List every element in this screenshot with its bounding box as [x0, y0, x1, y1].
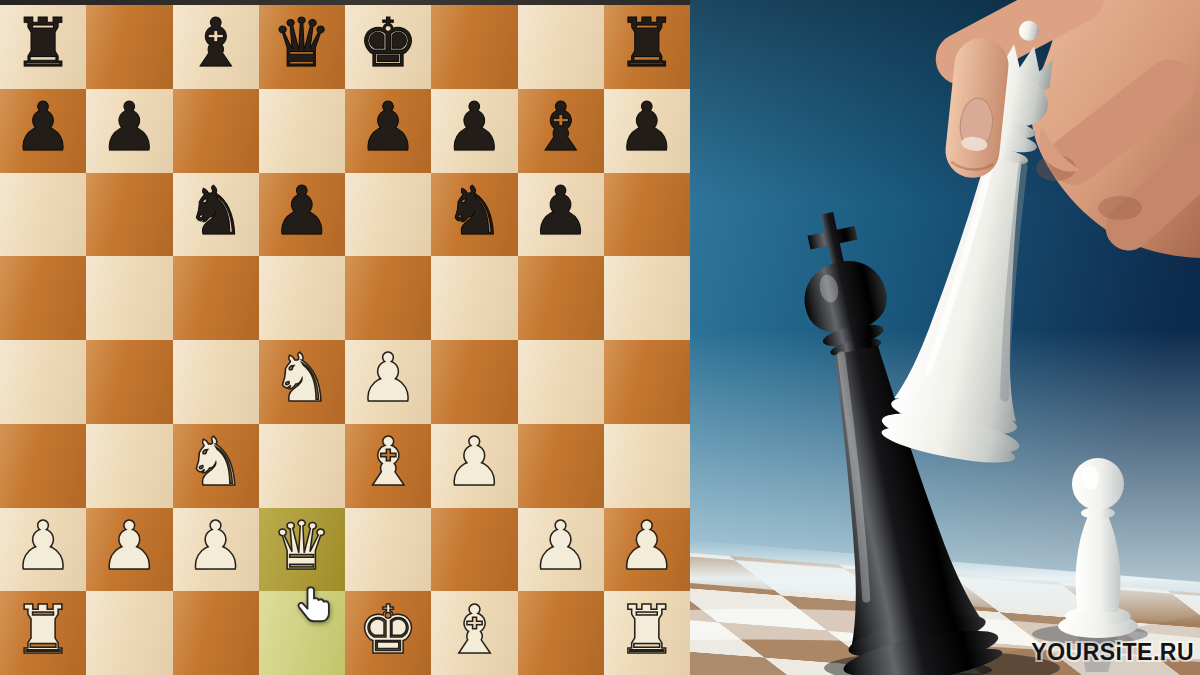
square-c1[interactable] — [173, 591, 259, 675]
black-pawn[interactable]: ♟ — [531, 178, 591, 245]
square-a4[interactable] — [0, 340, 86, 424]
square-f2[interactable] — [431, 508, 517, 592]
white-knight[interactable]: ♞ — [272, 345, 332, 412]
black-rook[interactable]: ♜ — [617, 10, 677, 77]
square-f7[interactable]: ♟ — [431, 89, 517, 173]
black-pawn[interactable]: ♟ — [272, 178, 332, 245]
white-knight[interactable]: ♞ — [186, 429, 246, 496]
watermark: YOURSiTE.RU YOURSiTE.RU — [1031, 639, 1194, 665]
black-bishop[interactable]: ♝ — [531, 94, 591, 161]
square-c8[interactable]: ♝ — [173, 5, 259, 89]
black-knight[interactable]: ♞ — [186, 178, 246, 245]
white-pawn[interactable]: ♟ — [358, 345, 418, 412]
white-queen[interactable]: ♛ — [272, 513, 332, 580]
square-f3[interactable]: ♟ — [431, 424, 517, 508]
square-f6[interactable]: ♞ — [431, 173, 517, 257]
square-g8[interactable] — [518, 5, 604, 89]
white-pawn[interactable]: ♟ — [444, 429, 504, 496]
black-rook[interactable]: ♜ — [13, 10, 73, 77]
black-bishop[interactable]: ♝ — [186, 10, 246, 77]
white-rook[interactable]: ♜ — [617, 597, 677, 664]
white-bishop[interactable]: ♝ — [444, 597, 504, 664]
square-d3[interactable] — [259, 424, 345, 508]
chess-board[interactable]: ♜♝♛♚♜♟♟♟♟♝♟♞♟♞♟♞♟♞♝♟♟♟♟♛♟♟♜♚♝♜ — [0, 5, 690, 675]
square-h2[interactable]: ♟ — [604, 508, 690, 592]
black-knight[interactable]: ♞ — [444, 178, 504, 245]
square-d4[interactable]: ♞ — [259, 340, 345, 424]
square-f5[interactable] — [431, 256, 517, 340]
square-g6[interactable]: ♟ — [518, 173, 604, 257]
square-b4[interactable] — [86, 340, 172, 424]
square-c3[interactable]: ♞ — [173, 424, 259, 508]
black-pawn[interactable]: ♟ — [444, 94, 504, 161]
square-h1[interactable]: ♜ — [604, 591, 690, 675]
square-d6[interactable]: ♟ — [259, 173, 345, 257]
square-h4[interactable] — [604, 340, 690, 424]
square-c4[interactable] — [173, 340, 259, 424]
square-g5[interactable] — [518, 256, 604, 340]
square-a1[interactable]: ♜ — [0, 591, 86, 675]
square-h7[interactable]: ♟ — [604, 89, 690, 173]
promo-photo-panel: YOURSiTE.RU YOURSiTE.RU — [690, 0, 1200, 675]
square-a6[interactable] — [0, 173, 86, 257]
white-rook[interactable]: ♜ — [13, 597, 73, 664]
square-g7[interactable]: ♝ — [518, 89, 604, 173]
square-a8[interactable]: ♜ — [0, 5, 86, 89]
square-a5[interactable] — [0, 256, 86, 340]
black-king[interactable]: ♚ — [358, 10, 418, 77]
square-d5[interactable] — [259, 256, 345, 340]
square-e3[interactable]: ♝ — [345, 424, 431, 508]
square-b3[interactable] — [86, 424, 172, 508]
watermark-text: YOURSiTE.RU — [1031, 639, 1194, 665]
square-a2[interactable]: ♟ — [0, 508, 86, 592]
square-b1[interactable] — [86, 591, 172, 675]
square-h6[interactable] — [604, 173, 690, 257]
square-d2[interactable]: ♛ — [259, 508, 345, 592]
square-b5[interactable] — [86, 256, 172, 340]
black-pawn[interactable]: ♟ — [99, 94, 159, 161]
square-a7[interactable]: ♟ — [0, 89, 86, 173]
square-g1[interactable] — [518, 591, 604, 675]
square-d8[interactable]: ♛ — [259, 5, 345, 89]
white-pawn[interactable]: ♟ — [13, 513, 73, 580]
chess-board-panel: ♜♝♛♚♜♟♟♟♟♝♟♞♟♞♟♞♟♞♝♟♟♟♟♛♟♟♜♚♝♜ — [0, 0, 690, 675]
square-g2[interactable]: ♟ — [518, 508, 604, 592]
screenshot-root: ♜♝♛♚♜♟♟♟♟♝♟♞♟♞♟♞♟♞♝♟♟♟♟♛♟♟♜♚♝♜ — [0, 0, 1200, 675]
square-h3[interactable] — [604, 424, 690, 508]
square-g4[interactable] — [518, 340, 604, 424]
square-d7[interactable] — [259, 89, 345, 173]
square-b6[interactable] — [86, 173, 172, 257]
square-e4[interactable]: ♟ — [345, 340, 431, 424]
square-e7[interactable]: ♟ — [345, 89, 431, 173]
white-pawn[interactable]: ♟ — [99, 513, 159, 580]
square-b2[interactable]: ♟ — [86, 508, 172, 592]
square-b7[interactable]: ♟ — [86, 89, 172, 173]
square-f1[interactable]: ♝ — [431, 591, 517, 675]
square-c6[interactable]: ♞ — [173, 173, 259, 257]
white-bishop[interactable]: ♝ — [358, 429, 418, 496]
square-e1[interactable]: ♚ — [345, 591, 431, 675]
black-pawn[interactable]: ♟ — [358, 94, 418, 161]
square-e5[interactable] — [345, 256, 431, 340]
square-e6[interactable] — [345, 173, 431, 257]
square-a3[interactable] — [0, 424, 86, 508]
hand-pointer-cursor — [297, 585, 331, 626]
square-g3[interactable] — [518, 424, 604, 508]
square-f4[interactable] — [431, 340, 517, 424]
white-pawn[interactable]: ♟ — [186, 513, 246, 580]
square-b8[interactable] — [86, 5, 172, 89]
black-queen[interactable]: ♛ — [272, 10, 332, 77]
white-pawn[interactable]: ♟ — [617, 513, 677, 580]
square-e8[interactable]: ♚ — [345, 5, 431, 89]
square-c7[interactable] — [173, 89, 259, 173]
photo-scene: YOURSiTE.RU YOURSiTE.RU — [690, 0, 1200, 675]
white-king[interactable]: ♚ — [358, 597, 418, 664]
black-pawn[interactable]: ♟ — [617, 94, 677, 161]
square-f8[interactable] — [431, 5, 517, 89]
black-pawn[interactable]: ♟ — [13, 94, 73, 161]
white-pawn[interactable]: ♟ — [531, 513, 591, 580]
square-h8[interactable]: ♜ — [604, 5, 690, 89]
square-c5[interactable] — [173, 256, 259, 340]
square-c2[interactable]: ♟ — [173, 508, 259, 592]
square-e2[interactable] — [345, 508, 431, 592]
square-h5[interactable] — [604, 256, 690, 340]
